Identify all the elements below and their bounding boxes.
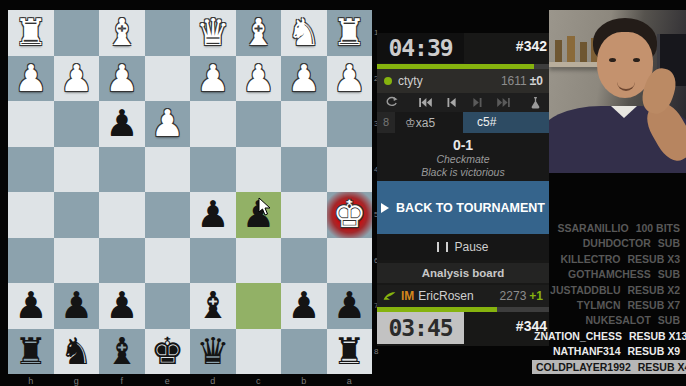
black-bishop[interactable]: ♝: [196, 283, 229, 328]
move-white[interactable]: ♔xa5: [395, 116, 463, 130]
subscriber-event-list: SSARANILLIO100 BITSDUHDOCTORSUBKILLECTRO…: [532, 221, 682, 375]
square-d6[interactable]: [190, 238, 236, 284]
black-pawn[interactable]: ♟: [105, 101, 138, 146]
white-pawn[interactable]: ♟: [60, 56, 93, 101]
event-type: RESUB X13: [629, 330, 686, 342]
square-a8[interactable]: ♜: [327, 329, 373, 375]
event-item: KILLECTRORESUB X3: [532, 252, 682, 267]
event-username: GOTHAMCHESS: [568, 268, 651, 280]
online-dot-icon: [384, 77, 392, 85]
white-pawn[interactable]: ♟: [242, 56, 275, 101]
square-f2[interactable]: ♟: [99, 56, 145, 102]
square-d3[interactable]: [190, 101, 236, 147]
white-bishop[interactable]: ♝: [105, 10, 138, 55]
square-a7[interactable]: ♟: [327, 283, 373, 329]
square-a6[interactable]: [327, 238, 373, 284]
event-type: RESUB X4: [638, 361, 686, 373]
square-e1[interactable]: [145, 10, 191, 56]
event-type: SUB: [658, 237, 680, 249]
first-move-icon[interactable]: [419, 98, 432, 107]
square-e8[interactable]: ♚: [145, 329, 191, 375]
square-d8[interactable]: ♛: [190, 329, 236, 375]
square-b8[interactable]: [281, 329, 327, 375]
event-username: ZNATION_CHESS: [534, 330, 622, 342]
move-number: 8: [377, 112, 395, 133]
event-type: 100 BITS: [636, 222, 680, 234]
file-label-h: h: [8, 376, 54, 386]
last-move-icon[interactable]: [497, 98, 510, 107]
black-pawn[interactable]: ♟: [196, 192, 229, 237]
event-item: TYLMCNRESUB X7: [532, 298, 682, 313]
event-username: DUHDOCTOR: [583, 237, 651, 249]
file-label-b: b: [281, 376, 327, 386]
event-username: NUKESALOT: [585, 314, 650, 326]
event-item: ZNATION_CHESSRESUB X13: [532, 329, 682, 344]
square-h5[interactable]: [8, 192, 54, 238]
pause-icon: [437, 242, 448, 252]
square-h6[interactable]: [8, 238, 54, 284]
event-type: RESUB X3: [627, 253, 680, 265]
square-b5[interactable]: [281, 192, 327, 238]
square-g7[interactable]: ♟: [54, 283, 100, 329]
event-type: RESUB X2: [627, 284, 680, 296]
square-g4[interactable]: [54, 147, 100, 193]
square-c3[interactable]: [236, 101, 282, 147]
black-pawn[interactable]: ♟: [14, 283, 47, 328]
square-b3[interactable]: [281, 101, 327, 147]
player-row[interactable]: IM EricRosen 2273 +1: [377, 285, 549, 307]
square-f4[interactable]: [99, 147, 145, 193]
analysis-board-label: Analysis board: [422, 267, 504, 279]
square-g3[interactable]: [54, 101, 100, 147]
player-name[interactable]: EricRosen: [418, 289, 473, 303]
square-c1[interactable]: ♝: [236, 10, 282, 56]
back-button-label: BACK TO TOURNAMENT: [396, 201, 545, 215]
square-e6[interactable]: [145, 238, 191, 284]
event-item: JUSTADDBLURESUB X2: [532, 283, 682, 298]
file-label-d: d: [190, 376, 236, 386]
opponent-rating: 1611: [501, 74, 527, 88]
file-label-f: f: [99, 376, 145, 386]
square-a1[interactable]: ♜: [327, 10, 373, 56]
event-item: SSARANILLIO100 BITS: [532, 221, 682, 236]
square-e4[interactable]: [145, 147, 191, 193]
square-g6[interactable]: [54, 238, 100, 284]
white-rook[interactable]: ♜: [333, 10, 366, 55]
square-e3[interactable]: ♟: [145, 101, 191, 147]
white-knight[interactable]: ♞: [287, 10, 320, 55]
event-item: COLDPLAYER1992RESUB X4: [532, 360, 682, 375]
black-knight[interactable]: ♞: [60, 329, 93, 374]
square-h2[interactable]: ♟: [8, 56, 54, 102]
event-username: JUSTADDBLU: [550, 284, 620, 296]
opponent-name[interactable]: ctyty: [398, 74, 423, 88]
opponent-row[interactable]: ctyty 1611 ±0: [377, 69, 549, 93]
square-e7[interactable]: [145, 283, 191, 329]
back-to-tournament-button[interactable]: BACK TO TOURNAMENT: [377, 181, 549, 234]
file-label-a: a: [327, 376, 373, 386]
white-bishop[interactable]: ♝: [242, 10, 275, 55]
event-username: NATHANF314: [553, 345, 620, 357]
event-item: NUKESALOTSUB: [532, 313, 682, 328]
status-winner: Black is victorious: [377, 166, 549, 179]
streamer-wing-icon: [383, 291, 396, 301]
white-pawn[interactable]: ♟: [14, 56, 47, 101]
player-clock: 03:45: [377, 312, 464, 344]
analysis-flask-icon[interactable]: [530, 97, 541, 109]
player-rating: 2273: [500, 289, 527, 303]
square-d7[interactable]: ♝: [190, 283, 236, 329]
square-f1[interactable]: ♝: [99, 10, 145, 56]
square-f7[interactable]: ♟: [99, 283, 145, 329]
play-triangle-icon: [381, 203, 389, 213]
square-b7[interactable]: ♟: [281, 283, 327, 329]
file-label-e: e: [145, 376, 191, 386]
result-score: 0-1: [377, 137, 549, 153]
square-d1[interactable]: ♛: [190, 10, 236, 56]
square-f3[interactable]: ♟: [99, 101, 145, 147]
square-d4[interactable]: [190, 147, 236, 193]
square-c7[interactable]: [236, 283, 282, 329]
event-username: SSARANILLIO: [557, 222, 628, 234]
pause-button[interactable]: Pause: [377, 234, 549, 260]
event-username: TYLMCN: [577, 299, 621, 311]
square-g1[interactable]: [54, 10, 100, 56]
white-king[interactable]: ♚: [333, 192, 366, 237]
square-a4[interactable]: [327, 147, 373, 193]
white-pawn[interactable]: ♟: [287, 56, 320, 101]
event-item: DUHDOCTORSUB: [532, 236, 682, 251]
black-bishop[interactable]: ♝: [105, 329, 138, 374]
stream-frame: ♜♝♛♝♞♜♟♟♟♟♟♟♟♟♟♟♟♚♟♟♟♝♟♟♜♞♝♚♛♜ hgfedcba1…: [0, 0, 686, 386]
square-b2[interactable]: ♟: [281, 56, 327, 102]
square-h4[interactable]: [8, 147, 54, 193]
event-username: COLDPLAYER1992: [536, 361, 631, 373]
black-rook[interactable]: ♜: [14, 329, 47, 374]
move-black-selected[interactable]: c5#: [463, 112, 549, 133]
white-rook[interactable]: ♜: [14, 10, 47, 55]
previous-move-icon[interactable]: [447, 98, 457, 107]
square-g8[interactable]: ♞: [54, 329, 100, 375]
webcam-video: [549, 10, 686, 173]
opponent-clock: 04:39: [377, 33, 464, 63]
square-f8[interactable]: ♝: [99, 329, 145, 375]
event-username: KILLECTRO: [560, 253, 620, 265]
chess-board[interactable]: ♜♝♛♝♞♜♟♟♟♟♟♟♟♟♟♟♟♚♟♟♟♝♟♟♜♞♝♚♛♜: [8, 10, 372, 374]
analysis-board-button[interactable]: Analysis board: [377, 263, 549, 283]
pause-label: Pause: [454, 240, 488, 254]
event-type: SUB: [658, 268, 680, 280]
square-c8[interactable]: [236, 329, 282, 375]
move-controls: [377, 93, 549, 112]
event-item: NATHANF314RESUB X9: [532, 344, 682, 359]
flip-icon[interactable]: [385, 96, 398, 109]
square-d2[interactable]: ♟: [190, 56, 236, 102]
result-box: 0-1 Checkmate Black is victorious: [377, 133, 549, 181]
square-h3[interactable]: [8, 101, 54, 147]
square-a2[interactable]: ♟: [327, 56, 373, 102]
player-title: IM: [401, 289, 414, 303]
square-h8[interactable]: ♜: [8, 329, 54, 375]
white-queen[interactable]: ♛: [196, 10, 229, 55]
white-pawn[interactable]: ♟: [333, 56, 366, 101]
status-termination: Checkmate: [377, 153, 549, 166]
square-c6[interactable]: [236, 238, 282, 284]
opponent-rating-delta: ±0: [530, 74, 543, 88]
event-type: SUB: [658, 314, 680, 326]
next-move-icon[interactable]: [472, 98, 482, 107]
square-b6[interactable]: [281, 238, 327, 284]
black-queen[interactable]: ♛: [196, 329, 229, 374]
square-e2[interactable]: [145, 56, 191, 102]
square-f6[interactable]: [99, 238, 145, 284]
move-list-row: 8 ♔xa5 c5#: [377, 112, 549, 133]
square-b4[interactable]: [281, 147, 327, 193]
file-label-c: c: [236, 376, 282, 386]
square-a3[interactable]: [327, 101, 373, 147]
event-type: RESUB X9: [627, 345, 680, 357]
square-e5[interactable]: [145, 192, 191, 238]
black-pawn[interactable]: ♟: [60, 283, 93, 328]
mouse-cursor: [258, 197, 273, 217]
white-pawn[interactable]: ♟: [105, 56, 138, 101]
square-d5[interactable]: ♟: [190, 192, 236, 238]
white-pawn[interactable]: ♟: [196, 56, 229, 101]
white-pawn[interactable]: ♟: [151, 101, 184, 146]
game-panel: 04:39 #342 ctyty 1611 ±0: [377, 0, 549, 386]
square-c2[interactable]: ♟: [236, 56, 282, 102]
square-c4[interactable]: [236, 147, 282, 193]
square-f5[interactable]: [99, 192, 145, 238]
file-label-g: g: [54, 376, 100, 386]
black-pawn[interactable]: ♟: [287, 283, 320, 328]
square-b1[interactable]: ♞: [281, 10, 327, 56]
square-h1[interactable]: ♜: [8, 10, 54, 56]
event-item: GOTHAMCHESSSUB: [532, 267, 682, 282]
black-pawn[interactable]: ♟: [333, 283, 366, 328]
square-a5[interactable]: ♚: [327, 192, 373, 238]
event-type: RESUB X7: [627, 299, 680, 311]
square-h7[interactable]: ♟: [8, 283, 54, 329]
game-number-top: #342: [467, 38, 547, 54]
black-pawn[interactable]: ♟: [105, 283, 138, 328]
square-g2[interactable]: ♟: [54, 56, 100, 102]
black-king[interactable]: ♚: [151, 329, 184, 374]
black-rook[interactable]: ♜: [333, 329, 366, 374]
square-g5[interactable]: [54, 192, 100, 238]
